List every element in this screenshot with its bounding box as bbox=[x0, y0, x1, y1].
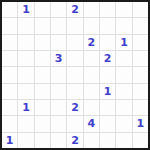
cell-r2c9[interactable] bbox=[133, 18, 148, 33]
cell-r5c1[interactable] bbox=[2, 67, 17, 82]
cell-r1c9[interactable] bbox=[133, 2, 148, 17]
clue-cell-r3c8[interactable]: 1 bbox=[116, 35, 131, 50]
cell-r9c3[interactable] bbox=[35, 133, 50, 148]
cell-r6c9[interactable] bbox=[133, 84, 148, 99]
cell-r6c4[interactable] bbox=[51, 84, 66, 99]
cell-r4c5[interactable] bbox=[67, 51, 82, 66]
cell-r8c5[interactable] bbox=[67, 116, 82, 131]
cell-r3c7[interactable] bbox=[100, 35, 115, 50]
clue-cell-r7c2[interactable]: 1 bbox=[18, 100, 33, 115]
cell-r2c3[interactable] bbox=[35, 18, 50, 33]
cell-r1c6[interactable] bbox=[84, 2, 99, 17]
cell-r2c4[interactable] bbox=[51, 18, 66, 33]
clue-cell-r7c5[interactable]: 2 bbox=[67, 100, 82, 115]
cell-r8c1[interactable] bbox=[2, 116, 17, 131]
cell-r9c7[interactable] bbox=[100, 133, 115, 148]
cell-r9c4[interactable] bbox=[51, 133, 66, 148]
cell-r4c9[interactable] bbox=[133, 51, 148, 66]
minesweeper-board: 1221321124112 bbox=[0, 0, 150, 150]
cell-r2c2[interactable] bbox=[18, 18, 33, 33]
cell-r9c6[interactable] bbox=[84, 133, 99, 148]
cell-r5c8[interactable] bbox=[116, 67, 131, 82]
cell-r9c9[interactable] bbox=[133, 133, 148, 148]
cell-r7c6[interactable] bbox=[84, 100, 99, 115]
cell-r2c7[interactable] bbox=[100, 18, 115, 33]
cell-r1c7[interactable] bbox=[100, 2, 115, 17]
cell-r5c5[interactable] bbox=[67, 67, 82, 82]
cell-r6c8[interactable] bbox=[116, 84, 131, 99]
cell-r2c8[interactable] bbox=[116, 18, 131, 33]
cell-r6c5[interactable] bbox=[67, 84, 82, 99]
cell-r5c4[interactable] bbox=[51, 67, 66, 82]
clue-cell-r9c1[interactable]: 1 bbox=[2, 133, 17, 148]
cell-r7c1[interactable] bbox=[2, 100, 17, 115]
cell-r5c6[interactable] bbox=[84, 67, 99, 82]
cell-r5c3[interactable] bbox=[35, 67, 50, 82]
clue-cell-r1c2[interactable]: 1 bbox=[18, 2, 33, 17]
cell-r6c1[interactable] bbox=[2, 84, 17, 99]
cell-r8c3[interactable] bbox=[35, 116, 50, 131]
cell-r7c4[interactable] bbox=[51, 100, 66, 115]
cell-r1c8[interactable] bbox=[116, 2, 131, 17]
cell-r4c8[interactable] bbox=[116, 51, 131, 66]
clue-cell-r8c9[interactable]: 1 bbox=[133, 116, 148, 131]
clue-cell-r3c6[interactable]: 2 bbox=[84, 35, 99, 50]
cell-r9c2[interactable] bbox=[18, 133, 33, 148]
cell-r9c8[interactable] bbox=[116, 133, 131, 148]
cell-r8c7[interactable] bbox=[100, 116, 115, 131]
clue-cell-r6c7[interactable]: 1 bbox=[100, 84, 115, 99]
clue-cell-r1c5[interactable]: 2 bbox=[67, 2, 82, 17]
cell-r8c2[interactable] bbox=[18, 116, 33, 131]
cell-r1c3[interactable] bbox=[35, 2, 50, 17]
cell-r4c2[interactable] bbox=[18, 51, 33, 66]
cell-r5c7[interactable] bbox=[100, 67, 115, 82]
clue-cell-r8c6[interactable]: 4 bbox=[84, 116, 99, 131]
cell-r2c5[interactable] bbox=[67, 18, 82, 33]
cell-r4c1[interactable] bbox=[2, 51, 17, 66]
cell-r4c3[interactable] bbox=[35, 51, 50, 66]
cell-r2c6[interactable] bbox=[84, 18, 99, 33]
cell-r3c2[interactable] bbox=[18, 35, 33, 50]
cell-r7c9[interactable] bbox=[133, 100, 148, 115]
cell-r3c3[interactable] bbox=[35, 35, 50, 50]
cell-r3c9[interactable] bbox=[133, 35, 148, 50]
clue-cell-r4c4[interactable]: 3 bbox=[51, 51, 66, 66]
cell-r3c1[interactable] bbox=[2, 35, 17, 50]
cell-r7c8[interactable] bbox=[116, 100, 131, 115]
cell-r4c6[interactable] bbox=[84, 51, 99, 66]
clue-cell-r9c5[interactable]: 2 bbox=[67, 133, 82, 148]
cell-r6c6[interactable] bbox=[84, 84, 99, 99]
cell-r3c4[interactable] bbox=[51, 35, 66, 50]
cell-r6c3[interactable] bbox=[35, 84, 50, 99]
clue-cell-r4c7[interactable]: 2 bbox=[100, 51, 115, 66]
cell-r8c4[interactable] bbox=[51, 116, 66, 131]
cell-r5c2[interactable] bbox=[18, 67, 33, 82]
cell-r1c1[interactable] bbox=[2, 2, 17, 17]
cell-r3c5[interactable] bbox=[67, 35, 82, 50]
cell-r6c2[interactable] bbox=[18, 84, 33, 99]
cell-r8c8[interactable] bbox=[116, 116, 131, 131]
cell-r7c3[interactable] bbox=[35, 100, 50, 115]
cell-r7c7[interactable] bbox=[100, 100, 115, 115]
cell-r1c4[interactable] bbox=[51, 2, 66, 17]
cell-r5c9[interactable] bbox=[133, 67, 148, 82]
cell-r2c1[interactable] bbox=[2, 18, 17, 33]
